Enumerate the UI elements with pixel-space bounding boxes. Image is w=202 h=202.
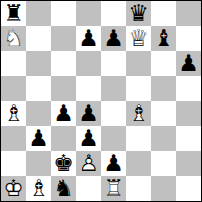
piece-black-pawn[interactable]: ♟ [26,126,51,151]
square-c4[interactable]: ♟ [51,101,76,126]
piece-white-knight[interactable]: ♞♘ [1,26,26,51]
chess-diagram: ♜♛♞♘♟♟♛♕♝♟♝♗♟♟♝♗♟♟♚♟♙♟♚♔♝♗♞♜♖ [0,0,202,202]
square-h5[interactable] [176,76,201,101]
square-c6[interactable] [51,51,76,76]
piece-black-pawn[interactable]: ♟ [101,26,126,51]
square-b1[interactable]: ♝♗ [26,176,51,201]
square-f8[interactable]: ♛ [126,1,151,26]
square-e6[interactable] [101,51,126,76]
black-piece-glyph: ♟ [176,51,201,76]
piece-black-pawn[interactable]: ♟ [76,126,101,151]
white-piece-outline-glyph: ♙ [76,151,101,176]
square-a1[interactable]: ♚♔ [1,176,26,201]
square-h3[interactable] [176,126,201,151]
square-e4[interactable] [101,101,126,126]
square-a7[interactable]: ♞♘ [1,26,26,51]
black-piece-glyph: ♟ [26,126,51,151]
square-d7[interactable]: ♟ [76,26,101,51]
square-g2[interactable] [151,151,176,176]
square-e5[interactable] [101,76,126,101]
piece-black-pawn[interactable]: ♟ [76,101,101,126]
square-f3[interactable] [126,126,151,151]
square-h8[interactable] [176,1,201,26]
square-a4[interactable]: ♝♗ [1,101,26,126]
white-piece-outline-glyph: ♕ [126,26,151,51]
piece-black-rook[interactable]: ♜ [1,1,26,26]
piece-black-king[interactable]: ♚ [51,151,76,176]
square-b3[interactable]: ♟ [26,126,51,151]
piece-white-rook[interactable]: ♜♖ [101,176,126,201]
piece-black-queen[interactable]: ♛ [126,1,151,26]
square-d3[interactable]: ♟ [76,126,101,151]
square-a6[interactable] [1,51,26,76]
piece-white-queen[interactable]: ♛♕ [126,26,151,51]
piece-white-pawn[interactable]: ♟♙ [76,151,101,176]
black-piece-glyph: ♜ [1,1,26,26]
square-a2[interactable] [1,151,26,176]
square-f1[interactable] [126,176,151,201]
square-d8[interactable] [76,1,101,26]
square-d6[interactable] [76,51,101,76]
piece-black-pawn[interactable]: ♟ [51,101,76,126]
square-e8[interactable] [101,1,126,26]
square-f5[interactable] [126,76,151,101]
square-b6[interactable] [26,51,51,76]
white-piece-outline-glyph: ♗ [126,101,151,126]
white-piece-outline-glyph: ♗ [26,176,51,201]
square-g4[interactable] [151,101,176,126]
black-piece-glyph: ♛ [126,1,151,26]
square-g7[interactable]: ♝ [151,26,176,51]
square-c7[interactable] [51,26,76,51]
black-piece-glyph: ♞ [51,176,76,201]
square-e3[interactable] [101,126,126,151]
square-f7[interactable]: ♛♕ [126,26,151,51]
square-c8[interactable] [51,1,76,26]
black-piece-glyph: ♟ [51,101,76,126]
square-c1[interactable]: ♞ [51,176,76,201]
square-a8[interactable]: ♜ [1,1,26,26]
black-piece-glyph: ♟ [76,26,101,51]
square-h6[interactable]: ♟ [176,51,201,76]
black-piece-glyph: ♚ [51,151,76,176]
piece-black-pawn[interactable]: ♟ [176,51,201,76]
square-g8[interactable] [151,1,176,26]
piece-black-pawn[interactable]: ♟ [101,151,126,176]
square-c2[interactable]: ♚ [51,151,76,176]
square-b8[interactable] [26,1,51,26]
square-f4[interactable]: ♝♗ [126,101,151,126]
piece-black-knight[interactable]: ♞ [51,176,76,201]
square-b4[interactable] [26,101,51,126]
square-h4[interactable] [176,101,201,126]
square-a3[interactable] [1,126,26,151]
square-g6[interactable] [151,51,176,76]
square-d5[interactable] [76,76,101,101]
white-piece-outline-glyph: ♗ [1,101,26,126]
square-b2[interactable] [26,151,51,176]
black-piece-glyph: ♟ [76,126,101,151]
square-d4[interactable]: ♟ [76,101,101,126]
square-g5[interactable] [151,76,176,101]
square-a5[interactable] [1,76,26,101]
chess-board: ♜♛♞♘♟♟♛♕♝♟♝♗♟♟♝♗♟♟♚♟♙♟♚♔♝♗♞♜♖ [1,1,201,201]
square-e2[interactable]: ♟ [101,151,126,176]
square-e1[interactable]: ♜♖ [101,176,126,201]
white-piece-outline-glyph: ♔ [1,176,26,201]
square-b5[interactable] [26,76,51,101]
square-c3[interactable] [51,126,76,151]
black-piece-glyph: ♟ [101,151,126,176]
black-piece-glyph: ♟ [76,101,101,126]
piece-black-pawn[interactable]: ♟ [76,26,101,51]
square-h2[interactable] [176,151,201,176]
square-d2[interactable]: ♟♙ [76,151,101,176]
square-b7[interactable] [26,26,51,51]
piece-white-bishop[interactable]: ♝♗ [26,176,51,201]
square-f2[interactable] [126,151,151,176]
white-piece-outline-glyph: ♖ [101,176,126,201]
piece-white-bishop[interactable]: ♝♗ [1,101,26,126]
square-e7[interactable]: ♟ [101,26,126,51]
piece-black-bishop[interactable]: ♝ [151,26,176,51]
square-f6[interactable] [126,51,151,76]
square-c5[interactable] [51,76,76,101]
square-g1[interactable] [151,176,176,201]
square-d1[interactable] [76,176,101,201]
square-h7[interactable] [176,26,201,51]
white-piece-outline-glyph: ♘ [1,26,26,51]
black-piece-glyph: ♝ [151,26,176,51]
square-h1[interactable] [176,176,201,201]
black-piece-glyph: ♟ [101,26,126,51]
piece-white-king[interactable]: ♚♔ [1,176,26,201]
piece-white-bishop[interactable]: ♝♗ [126,101,151,126]
square-g3[interactable] [151,126,176,151]
